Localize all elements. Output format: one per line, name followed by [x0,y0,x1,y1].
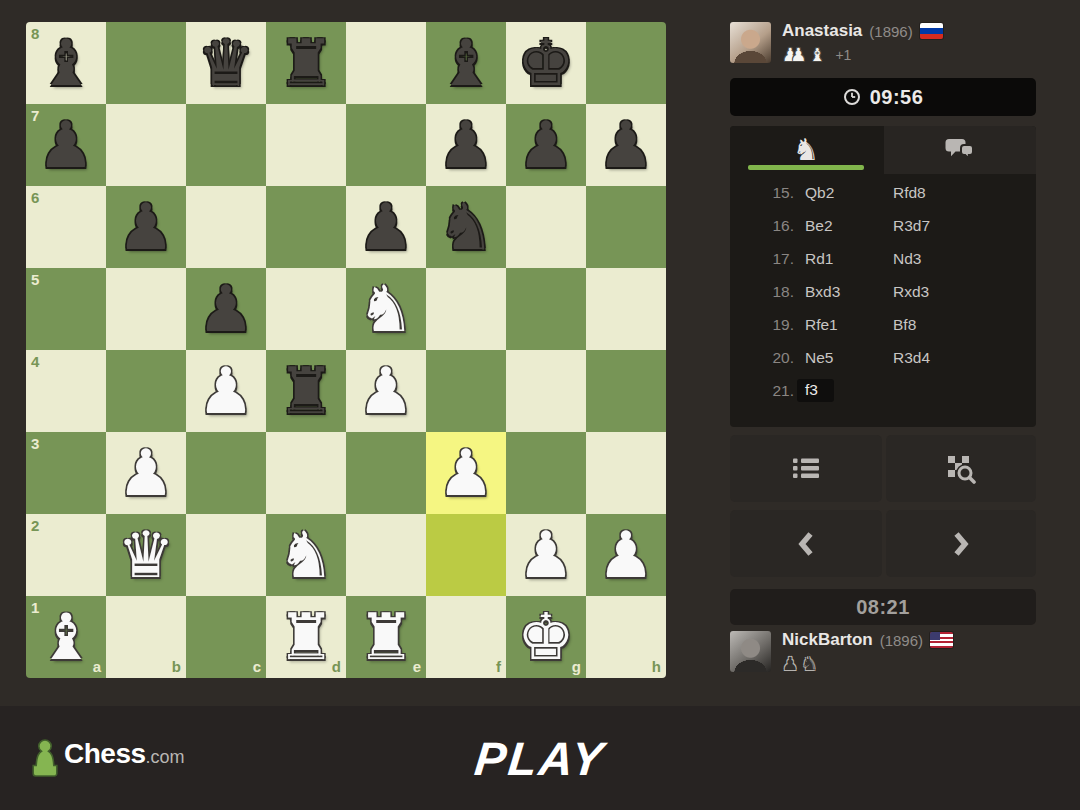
captured-pieces-top: ♟♟♝+1 [782,45,851,65]
rank-label-4: 4 [31,354,39,369]
analysis-icon [946,454,976,484]
white-rook-d1[interactable]: ♜ [266,596,346,678]
player-name-bottom[interactable]: NickBarton [782,630,873,650]
square-a1[interactable]: 1a♝ [26,596,106,678]
move-row-20: 20.Ne5R3d4 [730,341,1036,374]
player-rating-top: (1896) [869,23,912,40]
move-black[interactable]: Bf8 [893,316,916,334]
white-king-g1[interactable]: ♚ [506,596,586,678]
square-c4[interactable]: ♟ [186,350,266,432]
captured-black-pawn-icon: ♟ [782,655,798,673]
chevron-left-icon [794,529,818,559]
back-button[interactable] [730,510,882,577]
move-number: 16. [730,217,800,235]
square-b7[interactable] [106,104,186,186]
move-list: 15.Qb2Rfd816.Be2R3d717.Rd1Nd318.Bxd3Rxd3… [730,176,1036,407]
square-a8[interactable]: 8♝ [26,22,106,104]
square-e7[interactable] [346,104,426,186]
move-black[interactable]: R3d7 [893,217,930,235]
captured-pieces-bottom: ♟♞ [782,654,817,674]
square-d3[interactable] [266,432,346,514]
active-tab-underline [748,165,864,170]
move-row-16: 16.Be2R3d7 [730,209,1036,242]
square-b4[interactable] [106,350,186,432]
move-white[interactable]: Qb2 [805,184,893,202]
file-label-h: h [652,659,661,674]
move-number: 21. [730,382,800,400]
square-d8[interactable]: ♜ [266,22,346,104]
square-c2[interactable] [186,514,266,596]
chess-board[interactable]: 8♝♛♜♝♚7♟♟♟♟6♟♟♞5♟♞4♟♜♟3♟♟2♛♞♟♟1a♝bcd♜e♜f… [26,22,666,678]
square-b5[interactable] [106,268,186,350]
flag-usa-icon [930,632,953,648]
square-h7[interactable]: ♟ [586,104,666,186]
square-g5[interactable] [506,268,586,350]
rank-label-3: 3 [31,436,39,451]
square-f4[interactable] [426,350,506,432]
clock-top: 09:56 [730,78,1036,116]
black-knight-f6[interactable]: ♞ [426,186,506,268]
player-name-top[interactable]: Anastasia [782,21,862,41]
knight-icon: ♞ [793,135,820,165]
square-d2[interactable]: ♞ [266,514,346,596]
square-g1[interactable]: g♚ [506,596,586,678]
square-c3[interactable] [186,432,266,514]
square-g2[interactable]: ♟ [506,514,586,596]
square-a3[interactable]: 3 [26,432,106,514]
move-white[interactable]: Rfe1 [805,316,893,334]
square-h5[interactable] [586,268,666,350]
move-number: 20. [730,349,800,367]
clock-bottom: 08:21 [730,589,1036,625]
move-row-21: 21.f3 [730,374,1036,407]
brand-suffix-text: .com [146,747,185,768]
square-a6[interactable]: 6 [26,186,106,268]
move-row-19: 19.Rfe1Bf8 [730,308,1036,341]
square-b3[interactable]: ♟ [106,432,186,514]
black-rook-d8[interactable]: ♜ [266,22,346,104]
square-b6[interactable]: ♟ [106,186,186,268]
player-rating-bottom: (1896) [880,632,923,649]
square-e5[interactable]: ♞ [346,268,426,350]
square-d7[interactable] [266,104,346,186]
black-king-g8[interactable]: ♚ [506,22,586,104]
pawn-logo-icon [30,738,60,778]
move-number: 17. [730,250,800,268]
footer-bar: Chess .com PLAY [0,706,1080,810]
captured-white-pawn-icon: ♟ [790,46,806,64]
square-f3[interactable]: ♟ [426,432,506,514]
move-white[interactable]: Ne5 [805,349,893,367]
rank-label-6: 6 [31,190,39,205]
tab-moves[interactable]: ♞ [730,126,882,174]
square-h2[interactable]: ♟ [586,514,666,596]
square-a2[interactable]: 2 [26,514,106,596]
move-number: 19. [730,316,800,334]
move-row-17: 17.Rd1Nd3 [730,242,1036,275]
rank-label-2: 2 [31,518,39,533]
white-pawn-g2[interactable]: ♟ [506,514,586,596]
list-icon [793,458,819,479]
black-pawn-a7[interactable]: ♟ [26,104,106,186]
square-e2[interactable] [346,514,426,596]
square-h6[interactable] [586,186,666,268]
black-rook-d4[interactable]: ♜ [266,350,346,432]
white-queen-b2[interactable]: ♛ [106,514,186,596]
square-b1[interactable]: b [106,596,186,678]
black-bishop-f8[interactable]: ♝ [426,22,506,104]
square-e6[interactable]: ♟ [346,186,426,268]
black-queen-c8[interactable]: ♛ [186,22,266,104]
file-label-f: f [496,659,501,674]
move-black[interactable]: Rfd8 [893,184,926,202]
white-pawn-h2[interactable]: ♟ [586,514,666,596]
square-f6[interactable]: ♞ [426,186,506,268]
square-d6[interactable] [266,186,346,268]
play-title: PLAY [472,731,608,786]
clock-icon [843,88,861,106]
square-d5[interactable] [266,268,346,350]
clock-time-bottom: 08:21 [856,596,910,619]
move-number: 15. [730,184,800,202]
chesscom-logo[interactable]: Chess .com [30,738,185,778]
white-pawn-c4[interactable]: ♟ [186,350,266,432]
square-c7[interactable] [186,104,266,186]
square-h1[interactable]: h [586,596,666,678]
white-bishop-a1[interactable]: ♝ [26,596,106,678]
white-rook-e1[interactable]: ♜ [346,596,426,678]
square-d1[interactable]: d♜ [266,596,346,678]
captured-white-bishop-icon: ♝ [809,46,825,64]
square-b2[interactable]: ♛ [106,514,186,596]
chat-icon [945,138,975,162]
move-black[interactable]: R3d4 [893,349,930,367]
black-pawn-c5[interactable]: ♟ [186,268,266,350]
player-avatar-bottom[interactable] [730,631,771,672]
move-panel: ♞ 15.Qb2Rfd816.Be2R3d717.Rd1Nd318.Bxd3Rx… [730,126,1036,427]
file-label-c: c [253,659,261,674]
black-pawn-e6[interactable]: ♟ [346,186,426,268]
square-a5[interactable]: 5 [26,268,106,350]
captured-black-knight-icon: ♞ [801,655,817,673]
move-black[interactable]: Rxd3 [893,283,929,301]
flag-russia-icon [920,23,943,39]
forward-button[interactable] [886,510,1036,577]
player-avatar-top[interactable] [730,22,771,63]
move-white[interactable]: Bxd3 [805,283,893,301]
square-c5[interactable]: ♟ [186,268,266,350]
move-row-15: 15.Qb2Rfd8 [730,176,1036,209]
material-advantage: +1 [835,47,851,63]
move-white[interactable]: Be2 [805,217,893,235]
square-a7[interactable]: 7♟ [26,104,106,186]
square-e4[interactable]: ♟ [346,350,426,432]
square-g7[interactable]: ♟ [506,104,586,186]
square-f5[interactable] [426,268,506,350]
game-sidebar: Anastasia (1896) ♟♟♝+1 09:56 ♞ [730,0,1036,706]
square-b8[interactable] [106,22,186,104]
square-f7[interactable]: ♟ [426,104,506,186]
move-black[interactable]: Nd3 [893,250,921,268]
square-g6[interactable] [506,186,586,268]
square-h8[interactable] [586,22,666,104]
square-g3[interactable] [506,432,586,514]
square-e8[interactable] [346,22,426,104]
square-d4[interactable]: ♜ [266,350,346,432]
black-pawn-f7[interactable]: ♟ [426,104,506,186]
black-pawn-b6[interactable]: ♟ [106,186,186,268]
moves-list-button[interactable] [730,435,882,502]
black-pawn-g7[interactable]: ♟ [506,104,586,186]
clock-time-top: 09:56 [870,86,924,109]
black-bishop-a8[interactable]: ♝ [26,22,106,104]
white-knight-d2[interactable]: ♞ [266,514,346,596]
white-pawn-e4[interactable]: ♟ [346,350,426,432]
square-c1[interactable]: c [186,596,266,678]
move-white[interactable]: f3 [805,379,893,402]
black-pawn-h7[interactable]: ♟ [586,104,666,186]
analysis-button[interactable] [886,435,1036,502]
brand-text: Chess [64,738,146,770]
square-h4[interactable] [586,350,666,432]
square-e3[interactable] [346,432,426,514]
square-c8[interactable]: ♛ [186,22,266,104]
white-pawn-b3[interactable]: ♟ [106,432,186,514]
move-row-18: 18.Bxd3Rxd3 [730,275,1036,308]
rank-label-5: 5 [31,272,39,287]
chevron-right-icon [949,529,973,559]
file-label-b: b [172,659,181,674]
move-white[interactable]: Rd1 [805,250,893,268]
square-g4[interactable] [506,350,586,432]
white-pawn-f3[interactable]: ♟ [426,432,506,514]
square-c6[interactable] [186,186,266,268]
square-g8[interactable]: ♚ [506,22,586,104]
move-number: 18. [730,283,800,301]
square-e1[interactable]: e♜ [346,596,426,678]
square-a4[interactable]: 4 [26,350,106,432]
square-h3[interactable] [586,432,666,514]
square-f8[interactable]: ♝ [426,22,506,104]
white-knight-e5[interactable]: ♞ [346,268,426,350]
tab-chat[interactable] [884,126,1036,174]
square-f2[interactable] [426,514,506,596]
square-f1[interactable]: f [426,596,506,678]
